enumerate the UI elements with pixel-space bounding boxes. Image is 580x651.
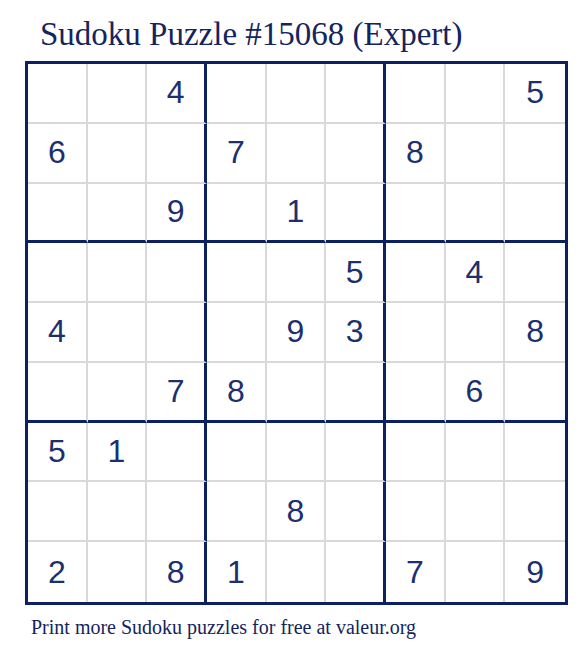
cell-r9c8 xyxy=(446,542,506,602)
cell-r9c9: 9 xyxy=(505,542,565,602)
cell-r6c5 xyxy=(267,363,327,423)
cell-r9c6 xyxy=(326,542,386,602)
cell-r6c6 xyxy=(326,363,386,423)
cell-r6c9 xyxy=(505,363,565,423)
cell-r4c4 xyxy=(207,243,267,303)
cell-r7c9 xyxy=(505,423,565,483)
cell-r2c4: 7 xyxy=(207,124,267,184)
cell-r1c6 xyxy=(326,64,386,124)
cell-r2c7: 8 xyxy=(386,124,446,184)
footer-text: Print more Sudoku puzzles for free at va… xyxy=(31,614,416,640)
cell-r5c4 xyxy=(207,303,267,363)
page: Sudoku Puzzle #15068 (Expert) 4567891544… xyxy=(0,0,580,651)
cell-r4c3 xyxy=(147,243,207,303)
cell-r7c1: 5 xyxy=(28,423,88,483)
cell-r5c9: 8 xyxy=(505,303,565,363)
cell-r2c5 xyxy=(267,124,327,184)
cell-r3c8 xyxy=(446,184,506,244)
cell-r9c7: 7 xyxy=(386,542,446,602)
cell-r3c2 xyxy=(88,184,148,244)
cell-r3c7 xyxy=(386,184,446,244)
cell-r2c8 xyxy=(446,124,506,184)
cell-r7c6 xyxy=(326,423,386,483)
cell-r8c2 xyxy=(88,482,148,542)
cell-r7c2: 1 xyxy=(88,423,148,483)
cell-r5c1: 4 xyxy=(28,303,88,363)
cell-r6c8: 6 xyxy=(446,363,506,423)
cell-r2c3 xyxy=(147,124,207,184)
cell-r8c8 xyxy=(446,482,506,542)
cell-r1c5 xyxy=(267,64,327,124)
sudoku-board: 456789154493878651828179 xyxy=(25,61,568,605)
cell-r7c7 xyxy=(386,423,446,483)
cell-r6c4: 8 xyxy=(207,363,267,423)
cell-r7c4 xyxy=(207,423,267,483)
cell-r1c3: 4 xyxy=(147,64,207,124)
cell-r7c5 xyxy=(267,423,327,483)
cell-r4c7 xyxy=(386,243,446,303)
cell-r5c8 xyxy=(446,303,506,363)
cell-r3c5: 1 xyxy=(267,184,327,244)
cell-r1c1 xyxy=(28,64,88,124)
page-title: Sudoku Puzzle #15068 (Expert) xyxy=(40,12,463,56)
cell-r6c3: 7 xyxy=(147,363,207,423)
cell-r1c7 xyxy=(386,64,446,124)
cell-r5c2 xyxy=(88,303,148,363)
cell-r2c2 xyxy=(88,124,148,184)
cell-r8c6 xyxy=(326,482,386,542)
cell-r8c4 xyxy=(207,482,267,542)
cell-r1c9: 5 xyxy=(505,64,565,124)
cell-r2c1: 6 xyxy=(28,124,88,184)
cell-r9c5 xyxy=(267,542,327,602)
cell-r8c3 xyxy=(147,482,207,542)
cell-r7c3 xyxy=(147,423,207,483)
cell-r6c1 xyxy=(28,363,88,423)
cell-r8c7 xyxy=(386,482,446,542)
cell-r3c6 xyxy=(326,184,386,244)
cell-r6c2 xyxy=(88,363,148,423)
cell-r5c7 xyxy=(386,303,446,363)
cell-r4c1 xyxy=(28,243,88,303)
cell-r1c8 xyxy=(446,64,506,124)
cell-r9c1: 2 xyxy=(28,542,88,602)
cell-r3c4 xyxy=(207,184,267,244)
cell-r1c2 xyxy=(88,64,148,124)
cell-r5c5: 9 xyxy=(267,303,327,363)
cell-r8c1 xyxy=(28,482,88,542)
cell-r2c6 xyxy=(326,124,386,184)
cell-r9c4: 1 xyxy=(207,542,267,602)
cell-r9c3: 8 xyxy=(147,542,207,602)
cell-r7c8 xyxy=(446,423,506,483)
cell-r4c9 xyxy=(505,243,565,303)
cell-r3c9 xyxy=(505,184,565,244)
cell-r3c3: 9 xyxy=(147,184,207,244)
cell-r8c5: 8 xyxy=(267,482,327,542)
cell-r8c9 xyxy=(505,482,565,542)
cell-r4c5 xyxy=(267,243,327,303)
cell-r3c1 xyxy=(28,184,88,244)
cell-r2c9 xyxy=(505,124,565,184)
cell-r4c8: 4 xyxy=(446,243,506,303)
cell-r1c4 xyxy=(207,64,267,124)
cell-r5c6: 3 xyxy=(326,303,386,363)
cell-r5c3 xyxy=(147,303,207,363)
cell-r4c2 xyxy=(88,243,148,303)
cell-r6c7 xyxy=(386,363,446,423)
cell-r9c2 xyxy=(88,542,148,602)
cell-r4c6: 5 xyxy=(326,243,386,303)
